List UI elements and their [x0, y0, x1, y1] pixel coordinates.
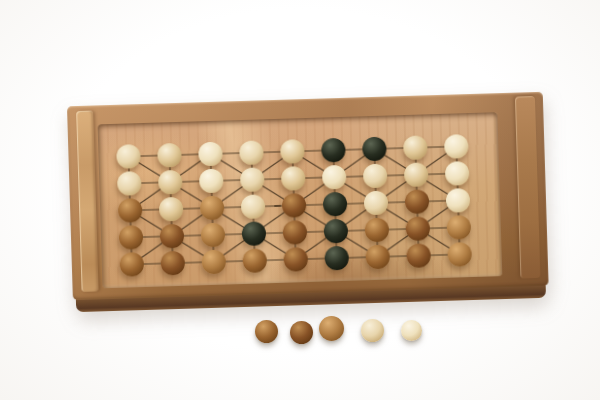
tray-piece-brown-3[interactable]: [319, 316, 344, 341]
tray-piece-brown-1[interactable]: [255, 320, 278, 343]
fanorona-board: [67, 92, 549, 312]
tray-piece-cream-4[interactable]: [361, 319, 384, 342]
tray-piece-brown-2[interactable]: [290, 321, 313, 344]
photo-scene: [0, 0, 600, 400]
tray-piece-cream-5[interactable]: [401, 320, 422, 341]
board-frame: [67, 92, 549, 300]
